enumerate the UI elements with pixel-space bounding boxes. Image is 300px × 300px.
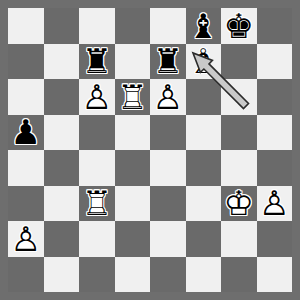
- square-a2[interactable]: ♟♙: [8, 221, 44, 257]
- square-e4[interactable]: [150, 150, 186, 186]
- white-pawn[interactable]: ♟♙: [150, 79, 186, 115]
- square-e8[interactable]: [150, 8, 186, 44]
- square-a6[interactable]: [8, 79, 44, 115]
- white-rook-outline: ♖: [115, 79, 151, 115]
- square-h1[interactable]: [257, 257, 293, 293]
- square-b3[interactable]: [44, 186, 80, 222]
- square-g5[interactable]: [221, 115, 257, 151]
- white-bishop[interactable]: ♝♗: [186, 44, 222, 80]
- square-f7[interactable]: ♝♗: [186, 44, 222, 80]
- square-d5[interactable]: [115, 115, 151, 151]
- black-rook-glyph: ♜: [79, 44, 115, 80]
- square-d1[interactable]: [115, 257, 151, 293]
- square-e5[interactable]: [150, 115, 186, 151]
- black-rook-glyph: ♜: [150, 44, 186, 80]
- white-pawn[interactable]: ♟♙: [8, 221, 44, 257]
- square-c5[interactable]: [79, 115, 115, 151]
- white-rook[interactable]: ♜♖: [79, 186, 115, 222]
- square-b5[interactable]: [44, 115, 80, 151]
- white-pawn-outline: ♙: [150, 79, 186, 115]
- square-b6[interactable]: [44, 79, 80, 115]
- square-g3[interactable]: ♚♔: [221, 186, 257, 222]
- white-king[interactable]: ♚♔: [221, 186, 257, 222]
- square-h4[interactable]: [257, 150, 293, 186]
- square-d3[interactable]: [115, 186, 151, 222]
- square-h7[interactable]: [257, 44, 293, 80]
- board-squares: ♝♚♜♜♝♗♟♙♜♖♟♙♟♜♖♚♔♟♙♟♙: [8, 8, 292, 292]
- square-a3[interactable]: [8, 186, 44, 222]
- square-d2[interactable]: [115, 221, 151, 257]
- square-g2[interactable]: [221, 221, 257, 257]
- square-a7[interactable]: [8, 44, 44, 80]
- black-rook[interactable]: ♜: [150, 44, 186, 80]
- black-pawn[interactable]: ♟: [8, 115, 44, 151]
- square-g7[interactable]: [221, 44, 257, 80]
- white-bishop-outline: ♗: [186, 44, 222, 80]
- white-pawn-outline: ♙: [8, 221, 44, 257]
- square-g6[interactable]: [221, 79, 257, 115]
- square-b7[interactable]: [44, 44, 80, 80]
- chess-board: ♝♚♜♜♝♗♟♙♜♖♟♙♟♜♖♚♔♟♙♟♙: [0, 0, 300, 300]
- square-f4[interactable]: [186, 150, 222, 186]
- square-c2[interactable]: [79, 221, 115, 257]
- square-b2[interactable]: [44, 221, 80, 257]
- square-a5[interactable]: ♟: [8, 115, 44, 151]
- square-e1[interactable]: [150, 257, 186, 293]
- square-f5[interactable]: [186, 115, 222, 151]
- square-a4[interactable]: [8, 150, 44, 186]
- square-d4[interactable]: [115, 150, 151, 186]
- square-b8[interactable]: [44, 8, 80, 44]
- square-f3[interactable]: [186, 186, 222, 222]
- black-bishop-glyph: ♝: [186, 8, 222, 44]
- square-h6[interactable]: [257, 79, 293, 115]
- square-c4[interactable]: [79, 150, 115, 186]
- square-h2[interactable]: [257, 221, 293, 257]
- square-g8[interactable]: ♚: [221, 8, 257, 44]
- square-f1[interactable]: [186, 257, 222, 293]
- black-king-glyph: ♚: [221, 8, 257, 44]
- square-h5[interactable]: [257, 115, 293, 151]
- white-king-outline: ♔: [221, 186, 257, 222]
- white-pawn-outline: ♙: [79, 79, 115, 115]
- square-g4[interactable]: [221, 150, 257, 186]
- square-a1[interactable]: [8, 257, 44, 293]
- square-e2[interactable]: [150, 221, 186, 257]
- black-rook[interactable]: ♜: [79, 44, 115, 80]
- square-h3[interactable]: ♟♙: [257, 186, 293, 222]
- square-f8[interactable]: ♝: [186, 8, 222, 44]
- white-pawn[interactable]: ♟♙: [79, 79, 115, 115]
- square-f2[interactable]: [186, 221, 222, 257]
- black-king[interactable]: ♚: [221, 8, 257, 44]
- square-h8[interactable]: [257, 8, 293, 44]
- black-bishop[interactable]: ♝: [186, 8, 222, 44]
- white-pawn-outline: ♙: [257, 186, 293, 222]
- square-d8[interactable]: [115, 8, 151, 44]
- square-a8[interactable]: [8, 8, 44, 44]
- square-b4[interactable]: [44, 150, 80, 186]
- square-d7[interactable]: [115, 44, 151, 80]
- square-d6[interactable]: ♜♖: [115, 79, 151, 115]
- square-g1[interactable]: [221, 257, 257, 293]
- square-e3[interactable]: [150, 186, 186, 222]
- square-b1[interactable]: [44, 257, 80, 293]
- square-c6[interactable]: ♟♙: [79, 79, 115, 115]
- square-c3[interactable]: ♜♖: [79, 186, 115, 222]
- black-pawn-glyph: ♟: [8, 115, 44, 151]
- square-c7[interactable]: ♜: [79, 44, 115, 80]
- white-rook-outline: ♖: [79, 186, 115, 222]
- square-e6[interactable]: ♟♙: [150, 79, 186, 115]
- square-c8[interactable]: [79, 8, 115, 44]
- square-c1[interactable]: [79, 257, 115, 293]
- square-f6[interactable]: [186, 79, 222, 115]
- square-e7[interactable]: ♜: [150, 44, 186, 80]
- white-rook[interactable]: ♜♖: [115, 79, 151, 115]
- white-pawn[interactable]: ♟♙: [257, 186, 293, 222]
